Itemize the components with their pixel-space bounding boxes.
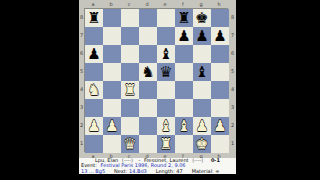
square-f4[interactable] bbox=[175, 81, 193, 99]
square-g7[interactable]: ♟ bbox=[193, 27, 211, 45]
square-e4[interactable] bbox=[157, 81, 175, 99]
square-g4[interactable] bbox=[193, 81, 211, 99]
square-b7[interactable] bbox=[103, 27, 121, 45]
square-g3[interactable] bbox=[193, 99, 211, 117]
material-label: Material: bbox=[192, 168, 214, 174]
square-c8[interactable] bbox=[121, 9, 139, 27]
square-d6[interactable] bbox=[139, 45, 157, 63]
square-e2[interactable]: ♝ bbox=[157, 117, 175, 135]
square-a1[interactable] bbox=[85, 135, 103, 153]
game-result: 0-1 bbox=[211, 158, 220, 163]
square-g5[interactable]: ♝ bbox=[193, 63, 211, 81]
square-f2[interactable]: ♝ bbox=[175, 117, 193, 135]
length-value: 47 bbox=[176, 168, 182, 174]
square-b1[interactable] bbox=[103, 135, 121, 153]
coord-label-5: 5 bbox=[229, 62, 236, 80]
square-d5[interactable]: ♞ bbox=[139, 63, 157, 81]
piece-white-pawn: ♟ bbox=[85, 117, 103, 135]
coord-label-d: d bbox=[138, 0, 156, 8]
next-move: Next: 14.Bd3 bbox=[114, 169, 147, 174]
square-b8[interactable] bbox=[103, 9, 121, 27]
square-e5[interactable]: ♛ bbox=[157, 63, 175, 81]
coord-label-b: b bbox=[102, 0, 120, 8]
square-a5[interactable] bbox=[85, 63, 103, 81]
square-a7[interactable] bbox=[85, 27, 103, 45]
board-frame: abcdefgh 87654321 87654321 abcdefgh ♜♜♚♟… bbox=[79, 0, 236, 158]
square-b5[interactable] bbox=[103, 63, 121, 81]
square-c3[interactable] bbox=[121, 99, 139, 117]
material-value: = bbox=[215, 168, 219, 174]
square-e3[interactable] bbox=[157, 99, 175, 117]
square-h5[interactable] bbox=[211, 63, 229, 81]
game-info-panel: Lpu, Elan (----) - Fressinet, Laurent (-… bbox=[79, 158, 236, 174]
piece-white-knight: ♞ bbox=[85, 81, 103, 99]
square-g2[interactable]: ♟ bbox=[193, 117, 211, 135]
piece-white-pawn: ♟ bbox=[193, 117, 211, 135]
piece-black-rook: ♜ bbox=[85, 9, 103, 27]
piece-black-pawn: ♟ bbox=[175, 27, 193, 45]
piece-black-pawn: ♟ bbox=[193, 27, 211, 45]
piece-black-bishop: ♝ bbox=[157, 45, 175, 63]
square-f3[interactable] bbox=[175, 99, 193, 117]
square-c6[interactable] bbox=[121, 45, 139, 63]
coord-label-c: c bbox=[120, 0, 138, 8]
piece-black-king: ♚ bbox=[193, 9, 211, 27]
square-g8[interactable]: ♚ bbox=[193, 9, 211, 27]
square-c1[interactable]: ♛ bbox=[121, 135, 139, 153]
game-length: Length: 47 bbox=[156, 169, 183, 174]
piece-white-queen: ♛ bbox=[121, 135, 139, 153]
chess-board: ♜♜♚♟♟♟♟♝♞♛♝♞♜♟♟♝♝♟♟♛♜♚ bbox=[84, 8, 228, 152]
move-status-line: 13 ... Bg5 Next: 14.Bd3 Length: 47 Mater… bbox=[79, 169, 236, 174]
square-h2[interactable]: ♟ bbox=[211, 117, 229, 135]
piece-black-rook: ♜ bbox=[175, 9, 193, 27]
file-labels-top: abcdefgh bbox=[84, 0, 228, 8]
piece-white-pawn: ♟ bbox=[103, 117, 121, 135]
last-move[interactable]: 13 ... Bg5 bbox=[81, 169, 105, 174]
square-d2[interactable] bbox=[139, 117, 157, 135]
coord-label-1: 1 bbox=[229, 134, 236, 152]
square-e1[interactable]: ♜ bbox=[157, 135, 175, 153]
square-e7[interactable] bbox=[157, 27, 175, 45]
piece-white-rook: ♜ bbox=[121, 81, 139, 99]
square-b6[interactable] bbox=[103, 45, 121, 63]
square-a6[interactable]: ♟ bbox=[85, 45, 103, 63]
square-d1[interactable] bbox=[139, 135, 157, 153]
piece-white-bishop: ♝ bbox=[175, 117, 193, 135]
coord-label-e: e bbox=[156, 0, 174, 8]
square-h8[interactable] bbox=[211, 9, 229, 27]
square-c5[interactable] bbox=[121, 63, 139, 81]
square-f6[interactable] bbox=[175, 45, 193, 63]
square-a3[interactable] bbox=[85, 99, 103, 117]
square-e8[interactable] bbox=[157, 9, 175, 27]
square-e6[interactable]: ♝ bbox=[157, 45, 175, 63]
piece-black-knight: ♞ bbox=[139, 63, 157, 81]
square-f1[interactable] bbox=[175, 135, 193, 153]
square-b2[interactable]: ♟ bbox=[103, 117, 121, 135]
piece-black-queen: ♛ bbox=[157, 63, 175, 81]
square-c7[interactable] bbox=[121, 27, 139, 45]
square-h4[interactable] bbox=[211, 81, 229, 99]
square-c2[interactable] bbox=[121, 117, 139, 135]
black-player-rating: (----) bbox=[192, 158, 203, 163]
square-h1[interactable] bbox=[211, 135, 229, 153]
length-label: Length: bbox=[156, 168, 175, 174]
piece-black-bishop: ♝ bbox=[193, 63, 211, 81]
next-value[interactable]: 14.Bd3 bbox=[129, 168, 147, 174]
coord-label-2: 2 bbox=[229, 116, 236, 134]
square-a2[interactable]: ♟ bbox=[85, 117, 103, 135]
square-f7[interactable]: ♟ bbox=[175, 27, 193, 45]
coord-label-a: a bbox=[84, 0, 102, 8]
rank-labels-right: 87654321 bbox=[229, 8, 236, 152]
square-d4[interactable] bbox=[139, 81, 157, 99]
square-d3[interactable] bbox=[139, 99, 157, 117]
square-d8[interactable] bbox=[139, 9, 157, 27]
square-b4[interactable] bbox=[103, 81, 121, 99]
square-d7[interactable] bbox=[139, 27, 157, 45]
coord-label-8: 8 bbox=[229, 8, 236, 26]
coord-label-6: 6 bbox=[229, 44, 236, 62]
piece-white-king: ♚ bbox=[193, 135, 211, 153]
square-h6[interactable] bbox=[211, 45, 229, 63]
material-balance: Material: = bbox=[192, 169, 220, 174]
coord-label-g: g bbox=[192, 0, 210, 8]
piece-black-pawn: ♟ bbox=[211, 27, 229, 45]
coord-label-4: 4 bbox=[229, 80, 236, 98]
piece-black-pawn: ♟ bbox=[85, 45, 103, 63]
chess-app-window: abcdefgh 87654321 87654321 abcdefgh ♜♜♚♟… bbox=[79, 0, 236, 174]
square-g1[interactable]: ♚ bbox=[193, 135, 211, 153]
square-f8[interactable]: ♜ bbox=[175, 9, 193, 27]
piece-white-rook: ♜ bbox=[157, 135, 175, 153]
square-h7[interactable]: ♟ bbox=[211, 27, 229, 45]
square-a8[interactable]: ♜ bbox=[85, 9, 103, 27]
coord-label-7: 7 bbox=[229, 26, 236, 44]
square-f5[interactable] bbox=[175, 63, 193, 81]
next-label: Next: bbox=[114, 168, 127, 174]
square-h3[interactable] bbox=[211, 99, 229, 117]
square-b3[interactable] bbox=[103, 99, 121, 117]
square-c4[interactable]: ♜ bbox=[121, 81, 139, 99]
square-a4[interactable]: ♞ bbox=[85, 81, 103, 99]
square-g6[interactable] bbox=[193, 45, 211, 63]
coord-label-3: 3 bbox=[229, 98, 236, 116]
piece-white-pawn: ♟ bbox=[211, 117, 229, 135]
coord-label-f: f bbox=[174, 0, 192, 8]
piece-white-bishop: ♝ bbox=[157, 117, 175, 135]
coord-label-h: h bbox=[210, 0, 228, 8]
